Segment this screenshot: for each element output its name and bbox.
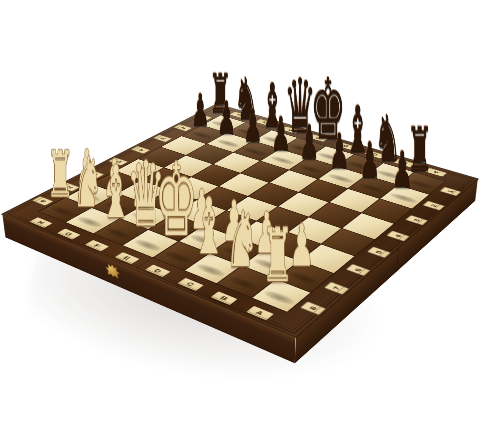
rank-label-right-2: 2 [423,201,445,210]
rank-label-right-1: 1 [439,187,460,196]
piece-white-rook: ♜ [252,211,304,298]
file-label-h: H [30,217,53,228]
product-photo-chess-set: { "game": "chess", "scene_type": "wooden… [0,0,498,432]
rank-label-right-5: 5 [367,247,390,258]
rank-label-right-6: 6 [346,264,370,276]
brass-clasp [105,262,120,280]
rank-label-right-4: 4 [386,230,409,241]
piece-black-pawn: ♟ [381,141,424,199]
rank-label-right-3: 3 [405,215,427,225]
